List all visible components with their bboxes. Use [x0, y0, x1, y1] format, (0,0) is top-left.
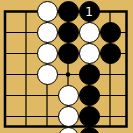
white-stone — [58, 106, 79, 127]
black-stone: 1 — [79, 1, 100, 22]
white-stone — [58, 85, 79, 106]
move-number-label: 1 — [85, 6, 93, 18]
white-stone — [58, 127, 79, 133]
white-stone — [37, 43, 58, 64]
white-stone — [79, 22, 100, 43]
black-stone — [79, 127, 100, 133]
black-stone — [100, 22, 121, 43]
black-stone — [79, 85, 100, 106]
go-board-diagram: 1 — [0, 0, 133, 133]
white-stone — [79, 43, 100, 64]
white-stone — [37, 64, 58, 85]
black-stone — [79, 106, 100, 127]
black-stone — [58, 43, 79, 64]
black-stone — [100, 43, 121, 64]
stones-layer: 1 — [0, 1, 121, 133]
black-stone — [58, 1, 79, 22]
white-stone — [37, 22, 58, 43]
black-stone — [79, 64, 100, 85]
white-stone — [37, 1, 58, 22]
black-stone — [58, 22, 79, 43]
